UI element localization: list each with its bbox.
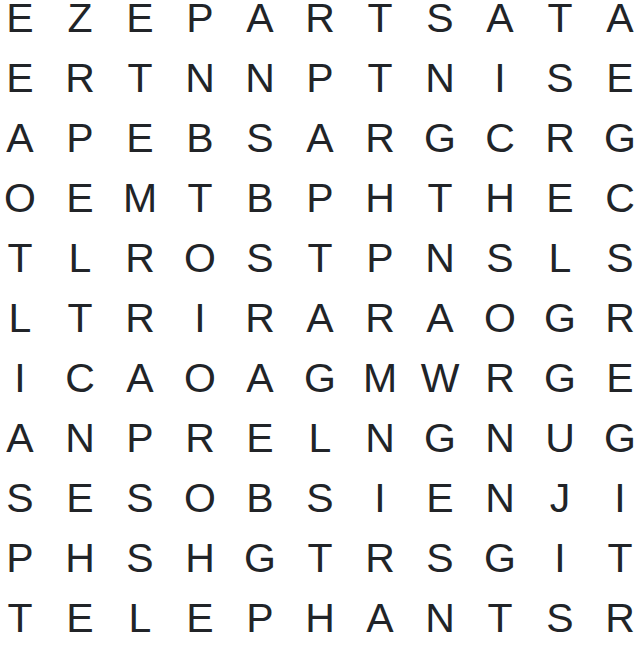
grid-cell-r6c5[interactable]: R [230,288,290,348]
grid-cell-r5c9[interactable]: S [470,228,530,288]
grid-cell-r7c1[interactable]: I [0,348,50,408]
grid-cell-r4c10[interactable]: E [530,168,590,228]
grid-cell-r6c2[interactable]: T [50,288,110,348]
grid-cell-r3c5[interactable]: S [230,108,290,168]
grid-cell-r9c1[interactable]: S [0,468,50,528]
grid-cell-r7c5[interactable]: A [230,348,290,408]
grid-cell-r10c5[interactable]: G [230,528,290,588]
grid-cell-r9c2[interactable]: E [50,468,110,528]
grid-cell-r8c5[interactable]: E [230,408,290,468]
grid-cell-r2c6[interactable]: P [290,48,350,108]
grid-cell-r5c6[interactable]: T [290,228,350,288]
grid-cell-r2c4[interactable]: N [170,48,230,108]
grid-cell-r4c3[interactable]: M [110,168,170,228]
grid-cell-r11c6[interactable]: H [290,588,350,645]
grid-cell-r5c2[interactable]: L [50,228,110,288]
grid-cell-r10c8[interactable]: S [410,528,470,588]
grid-cell-r11c1[interactable]: T [0,588,50,645]
grid-cell-r1c6[interactable]: R [290,0,350,48]
grid-cell-r10c4[interactable]: H [170,528,230,588]
grid-cell-r6c11[interactable]: R [590,288,640,348]
grid-cell-r11c3[interactable]: L [110,588,170,645]
grid-cell-r3c1[interactable]: A [0,108,50,168]
grid-cell-r5c4[interactable]: O [170,228,230,288]
grid-cell-r3c8[interactable]: G [410,108,470,168]
grid-cell-r5c1[interactable]: T [0,228,50,288]
grid-cell-r1c2[interactable]: Z [50,0,110,48]
grid-cell-r3c7[interactable]: R [350,108,410,168]
grid-cell-r10c9[interactable]: G [470,528,530,588]
grid-cell-r7c7[interactable]: M [350,348,410,408]
grid-cell-r1c10[interactable]: T [530,0,590,48]
grid-cell-r8c6[interactable]: L [290,408,350,468]
grid-cell-r4c5[interactable]: B [230,168,290,228]
grid-cell-r7c9[interactable]: R [470,348,530,408]
grid-cell-r8c3[interactable]: P [110,408,170,468]
grid-cell-r11c10[interactable]: S [530,588,590,645]
grid-cell-r1c7[interactable]: T [350,0,410,48]
grid-cell-r2c1[interactable]: E [0,48,50,108]
grid-cell-r4c9[interactable]: H [470,168,530,228]
grid-cell-r6c4[interactable]: I [170,288,230,348]
grid-cell-r9c9[interactable]: N [470,468,530,528]
grid-cell-r4c4[interactable]: T [170,168,230,228]
grid-cell-r10c6[interactable]: T [290,528,350,588]
grid-cell-r10c7[interactable]: R [350,528,410,588]
grid-cell-r5c7[interactable]: P [350,228,410,288]
grid-cell-r11c8[interactable]: N [410,588,470,645]
grid-cell-r11c2[interactable]: E [50,588,110,645]
grid-cell-r11c5[interactable]: P [230,588,290,645]
grid-cell-r1c4[interactable]: P [170,0,230,48]
grid-cell-r6c1[interactable]: L [0,288,50,348]
grid-cell-r2c10[interactable]: S [530,48,590,108]
grid-cell-r5c5[interactable]: S [230,228,290,288]
grid-cell-r6c6[interactable]: A [290,288,350,348]
grid-cell-r8c4[interactable]: R [170,408,230,468]
grid-cell-r9c10[interactable]: J [530,468,590,528]
grid-cell-r2c2[interactable]: R [50,48,110,108]
grid-cell-r8c1[interactable]: A [0,408,50,468]
grid-cell-r3c4[interactable]: B [170,108,230,168]
grid-cell-r4c8[interactable]: T [410,168,470,228]
grid-cell-r6c10[interactable]: G [530,288,590,348]
grid-cell-r8c11[interactable]: G [590,408,640,468]
grid-cell-r2c7[interactable]: T [350,48,410,108]
word-search-grid: EZEPARTSATAERTNNPTNISEAPEBSARGCRGOEMTBPH… [0,0,640,645]
grid-cell-r9c4[interactable]: O [170,468,230,528]
grid-cell-r8c2[interactable]: N [50,408,110,468]
grid-cell-r7c6[interactable]: G [290,348,350,408]
grid-cell-r1c3[interactable]: E [110,0,170,48]
grid-cell-r3c11[interactable]: G [590,108,640,168]
grid-cell-r2c5[interactable]: N [230,48,290,108]
grid-cell-r3c6[interactable]: A [290,108,350,168]
grid-cell-r3c3[interactable]: E [110,108,170,168]
grid-cell-r5c3[interactable]: R [110,228,170,288]
grid-cell-r5c8[interactable]: N [410,228,470,288]
grid-cell-r4c11[interactable]: C [590,168,640,228]
grid-cell-r9c7[interactable]: I [350,468,410,528]
grid-cell-r6c3[interactable]: R [110,288,170,348]
grid-cell-r7c4[interactable]: O [170,348,230,408]
grid-cell-r10c11[interactable]: T [590,528,640,588]
grid-cell-r6c7[interactable]: R [350,288,410,348]
grid-cell-r7c3[interactable]: A [110,348,170,408]
grid-cell-r4c7[interactable]: H [350,168,410,228]
grid-cell-r8c10[interactable]: U [530,408,590,468]
grid-cell-r1c8[interactable]: S [410,0,470,48]
grid-cell-r11c7[interactable]: A [350,588,410,645]
grid-cell-r9c8[interactable]: E [410,468,470,528]
grid-cell-r9c5[interactable]: B [230,468,290,528]
grid-cell-r10c1[interactable]: P [0,528,50,588]
grid-cell-r2c8[interactable]: N [410,48,470,108]
grid-cell-r6c9[interactable]: O [470,288,530,348]
grid-cell-r3c10[interactable]: R [530,108,590,168]
grid-cell-r1c9[interactable]: A [470,0,530,48]
grid-cell-r1c11[interactable]: A [590,0,640,48]
grid-cell-r1c5[interactable]: A [230,0,290,48]
grid-cell-r7c8[interactable]: W [410,348,470,408]
grid-cell-r9c11[interactable]: I [590,468,640,528]
grid-cell-r10c10[interactable]: I [530,528,590,588]
grid-cell-r4c6[interactable]: P [290,168,350,228]
grid-cell-r2c11[interactable]: E [590,48,640,108]
grid-cell-r7c2[interactable]: C [50,348,110,408]
grid-cell-r8c8[interactable]: G [410,408,470,468]
grid-cell-r3c2[interactable]: P [50,108,110,168]
grid-cell-r11c4[interactable]: E [170,588,230,645]
grid-cell-r5c11[interactable]: S [590,228,640,288]
grid-cell-r11c11[interactable]: R [590,588,640,645]
grid-cell-r7c11[interactable]: E [590,348,640,408]
grid-cell-r11c9[interactable]: T [470,588,530,645]
grid-cell-r2c3[interactable]: T [110,48,170,108]
grid-cell-r7c10[interactable]: G [530,348,590,408]
grid-cell-r4c1[interactable]: O [0,168,50,228]
grid-cell-r3c9[interactable]: C [470,108,530,168]
grid-cell-r5c10[interactable]: L [530,228,590,288]
grid-cell-r8c9[interactable]: N [470,408,530,468]
grid-cell-r10c2[interactable]: H [50,528,110,588]
grid-cell-r9c6[interactable]: S [290,468,350,528]
grid-cell-r8c7[interactable]: N [350,408,410,468]
grid-cell-r2c9[interactable]: I [470,48,530,108]
grid-cell-r9c3[interactable]: S [110,468,170,528]
grid-cell-r10c3[interactable]: S [110,528,170,588]
grid-cell-r6c8[interactable]: A [410,288,470,348]
grid-cell-r1c1[interactable]: E [0,0,50,48]
grid-cell-r4c2[interactable]: E [50,168,110,228]
